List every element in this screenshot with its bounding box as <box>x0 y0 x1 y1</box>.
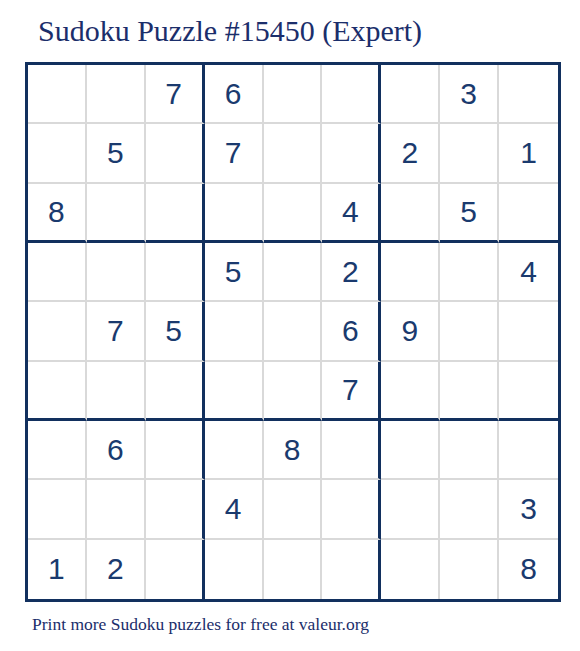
cell-r3c7-empty <box>381 184 440 243</box>
cell-r3c2-empty <box>87 184 146 243</box>
cell-r8c8-empty <box>440 480 499 539</box>
cell-r2c8-empty <box>440 124 499 183</box>
cell-r5c4-empty <box>205 302 264 361</box>
cell-r5c5-empty <box>264 302 323 361</box>
cell-r4c9-given: 4 <box>499 243 558 302</box>
cell-r4c8-empty <box>440 243 499 302</box>
cell-r9c3-empty <box>146 540 205 599</box>
cell-r8c5-empty <box>264 480 323 539</box>
cell-r4c7-empty <box>381 243 440 302</box>
cell-r2c7-given: 2 <box>381 124 440 183</box>
cell-r3c8-given: 5 <box>440 184 499 243</box>
cell-r7c8-empty <box>440 421 499 480</box>
sudoku-board: 7635721845524756976843128 <box>25 62 561 602</box>
cell-r9c5-empty <box>264 540 323 599</box>
cell-r6c9-empty <box>499 362 558 421</box>
cell-r7c9-empty <box>499 421 558 480</box>
cell-r3c4-empty <box>205 184 264 243</box>
cell-r8c6-empty <box>322 480 381 539</box>
cell-r7c7-empty <box>381 421 440 480</box>
cell-r6c5-empty <box>264 362 323 421</box>
cell-r6c4-empty <box>205 362 264 421</box>
cell-r8c3-empty <box>146 480 205 539</box>
cell-r2c2-given: 5 <box>87 124 146 183</box>
cell-r6c1-empty <box>28 362 87 421</box>
cell-r5c9-empty <box>499 302 558 361</box>
cell-r8c1-empty <box>28 480 87 539</box>
cell-r4c5-empty <box>264 243 323 302</box>
cell-r5c6-given: 6 <box>322 302 381 361</box>
cell-r6c6-given: 7 <box>322 362 381 421</box>
cell-r4c1-empty <box>28 243 87 302</box>
cell-r5c8-empty <box>440 302 499 361</box>
cell-r3c6-given: 4 <box>322 184 381 243</box>
cell-r8c7-empty <box>381 480 440 539</box>
cell-r7c3-empty <box>146 421 205 480</box>
cell-r6c3-empty <box>146 362 205 421</box>
cell-r4c6-given: 2 <box>322 243 381 302</box>
cell-r1c1-empty <box>28 65 87 124</box>
cell-r5c7-given: 9 <box>381 302 440 361</box>
cell-r9c6-empty <box>322 540 381 599</box>
cell-r3c5-empty <box>264 184 323 243</box>
cell-r6c2-empty <box>87 362 146 421</box>
cell-r9c7-empty <box>381 540 440 599</box>
cell-r9c1-given: 1 <box>28 540 87 599</box>
cell-r2c3-empty <box>146 124 205 183</box>
cell-r7c6-empty <box>322 421 381 480</box>
cell-r1c8-given: 3 <box>440 65 499 124</box>
cell-r1c7-empty <box>381 65 440 124</box>
cell-r8c4-given: 4 <box>205 480 264 539</box>
cell-r2c9-given: 1 <box>499 124 558 183</box>
cell-r6c7-empty <box>381 362 440 421</box>
cell-r5c3-given: 5 <box>146 302 205 361</box>
cell-r1c2-empty <box>87 65 146 124</box>
cell-r7c4-empty <box>205 421 264 480</box>
cell-r9c2-given: 2 <box>87 540 146 599</box>
cell-r7c2-given: 6 <box>87 421 146 480</box>
cell-r5c1-empty <box>28 302 87 361</box>
cell-r2c6-empty <box>322 124 381 183</box>
cell-r4c3-empty <box>146 243 205 302</box>
cell-r3c3-empty <box>146 184 205 243</box>
cell-r1c6-empty <box>322 65 381 124</box>
cell-r7c5-given: 8 <box>264 421 323 480</box>
cell-r1c9-empty <box>499 65 558 124</box>
cell-r3c9-empty <box>499 184 558 243</box>
cell-r2c1-empty <box>28 124 87 183</box>
cell-r1c3-given: 7 <box>146 65 205 124</box>
cell-r9c4-empty <box>205 540 264 599</box>
cell-r8c2-empty <box>87 480 146 539</box>
cell-r3c1-given: 8 <box>28 184 87 243</box>
page-title: Sudoku Puzzle #15450 (Expert) <box>38 14 422 48</box>
cell-r9c9-given: 8 <box>499 540 558 599</box>
cell-r2c4-given: 7 <box>205 124 264 183</box>
cell-r7c1-empty <box>28 421 87 480</box>
cell-r1c5-empty <box>264 65 323 124</box>
cell-r5c2-given: 7 <box>87 302 146 361</box>
cell-r6c8-empty <box>440 362 499 421</box>
cell-r8c9-given: 3 <box>499 480 558 539</box>
cell-r4c2-empty <box>87 243 146 302</box>
cell-r4c4-given: 5 <box>205 243 264 302</box>
footer-text: Print more Sudoku puzzles for free at va… <box>32 614 369 635</box>
cell-r1c4-given: 6 <box>205 65 264 124</box>
cell-r9c8-empty <box>440 540 499 599</box>
cell-r2c5-empty <box>264 124 323 183</box>
